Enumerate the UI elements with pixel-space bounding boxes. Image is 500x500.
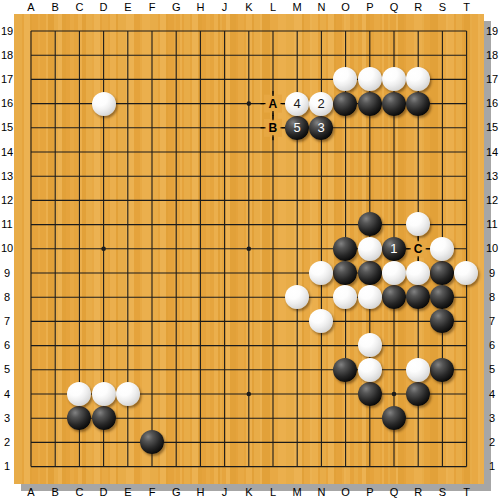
black-stone[interactable] — [382, 406, 406, 430]
variation-label-b[interactable]: B — [261, 116, 285, 140]
col-label-top: H — [192, 0, 208, 15]
col-label-top: N — [313, 0, 329, 15]
white-stone[interactable] — [382, 67, 406, 91]
col-label-bottom: E — [120, 485, 136, 500]
move-number: 5 — [293, 121, 300, 134]
white-stone[interactable] — [358, 358, 382, 382]
row-label-left: 6 — [0, 338, 15, 353]
row-label-right: 18 — [484, 48, 500, 63]
col-label-bottom: O — [338, 485, 354, 500]
white-stone[interactable] — [358, 237, 382, 261]
row-label-left: 3 — [0, 411, 15, 426]
black-stone[interactable] — [430, 358, 454, 382]
variation-label-c[interactable]: C — [406, 237, 430, 261]
row-label-right: 1 — [484, 459, 500, 474]
white-stone[interactable] — [309, 309, 333, 333]
black-stone[interactable] — [382, 285, 406, 309]
row-label-left: 11 — [0, 217, 15, 232]
col-label-bottom: K — [241, 485, 257, 500]
move-number: 1 — [390, 242, 397, 255]
move-number: 3 — [318, 121, 325, 134]
black-stone[interactable] — [406, 285, 430, 309]
col-label-bottom: A — [23, 485, 39, 500]
row-label-left: 8 — [0, 290, 15, 305]
col-label-top: M — [289, 0, 305, 15]
white-stone[interactable] — [358, 67, 382, 91]
white-stone[interactable] — [67, 382, 91, 406]
move-number: 4 — [293, 97, 300, 110]
col-label-top: B — [47, 0, 63, 15]
white-stone[interactable] — [309, 261, 333, 285]
row-label-left: 1 — [0, 459, 15, 474]
col-label-bottom: T — [459, 485, 475, 500]
white-stone[interactable] — [116, 382, 140, 406]
black-stone[interactable] — [333, 261, 357, 285]
row-label-left: 16 — [0, 96, 15, 111]
row-label-left: 17 — [0, 72, 15, 87]
white-stone[interactable] — [92, 382, 116, 406]
black-stone[interactable] — [358, 92, 382, 116]
white-stone[interactable] — [358, 285, 382, 309]
white-stone[interactable] — [430, 237, 454, 261]
row-label-right: 19 — [484, 24, 500, 39]
row-label-right: 8 — [484, 290, 500, 305]
row-label-left: 15 — [0, 120, 15, 135]
col-label-bottom: S — [434, 485, 450, 500]
col-label-top: P — [362, 0, 378, 15]
row-label-left: 14 — [0, 145, 15, 160]
black-stone[interactable] — [333, 92, 357, 116]
black-stone[interactable] — [406, 92, 430, 116]
col-label-bottom: H — [192, 485, 208, 500]
black-stone[interactable] — [430, 261, 454, 285]
col-label-top: R — [410, 0, 426, 15]
row-label-right: 2 — [484, 435, 500, 450]
row-label-left: 9 — [0, 266, 15, 281]
row-label-right: 9 — [484, 266, 500, 281]
col-label-top: J — [217, 0, 233, 15]
col-label-top: D — [96, 0, 112, 15]
row-label-right: 11 — [484, 217, 500, 232]
row-label-left: 7 — [0, 314, 15, 329]
variation-label-a[interactable]: A — [261, 91, 285, 115]
col-label-bottom: B — [47, 485, 63, 500]
row-label-left: 18 — [0, 48, 15, 63]
row-label-right: 17 — [484, 72, 500, 87]
white-stone[interactable] — [333, 285, 357, 309]
black-stone[interactable]: 3 — [309, 116, 333, 140]
row-label-left: 12 — [0, 193, 15, 208]
row-label-left: 10 — [0, 241, 15, 256]
row-label-right: 3 — [484, 411, 500, 426]
row-label-right: 6 — [484, 338, 500, 353]
black-stone[interactable] — [406, 382, 430, 406]
white-stone[interactable] — [285, 285, 309, 309]
col-label-bottom: C — [71, 485, 87, 500]
col-label-bottom: Q — [386, 485, 402, 500]
black-stone[interactable]: 1 — [382, 237, 406, 261]
white-stone[interactable] — [382, 261, 406, 285]
col-label-top: G — [168, 0, 184, 15]
move-number: 2 — [318, 97, 325, 110]
black-stone[interactable] — [430, 285, 454, 309]
white-stone[interactable] — [406, 261, 430, 285]
row-label-left: 5 — [0, 362, 15, 377]
row-label-right: 7 — [484, 314, 500, 329]
white-stone[interactable] — [358, 333, 382, 357]
row-label-right: 10 — [484, 241, 500, 256]
black-stone[interactable] — [358, 261, 382, 285]
col-label-top: S — [434, 0, 450, 15]
col-label-top: L — [265, 0, 281, 15]
black-stone[interactable] — [333, 237, 357, 261]
black-stone[interactable] — [67, 406, 91, 430]
row-label-right: 15 — [484, 120, 500, 135]
white-stone[interactable] — [92, 92, 116, 116]
row-label-left: 4 — [0, 387, 15, 402]
col-label-top: K — [241, 0, 257, 15]
row-label-left: 2 — [0, 435, 15, 450]
row-label-right: 12 — [484, 193, 500, 208]
stones-layer: 53142ABC — [19, 19, 479, 479]
go-diagram: 53142ABC AABBCCDDEEFFGGHHJJKKLLMMNNOOPPQ… — [0, 0, 500, 500]
white-stone[interactable] — [406, 212, 430, 236]
black-stone[interactable] — [92, 406, 116, 430]
white-stone[interactable] — [406, 358, 430, 382]
go-board[interactable]: 53142ABC — [14, 14, 484, 484]
col-label-bottom: N — [313, 485, 329, 500]
col-label-bottom: P — [362, 485, 378, 500]
black-stone[interactable] — [382, 92, 406, 116]
col-label-top: F — [144, 0, 160, 15]
white-stone[interactable]: 4 — [285, 92, 309, 116]
col-label-top: Q — [386, 0, 402, 15]
row-label-right: 13 — [484, 169, 500, 184]
black-stone[interactable] — [358, 382, 382, 406]
black-stone[interactable] — [140, 430, 164, 454]
col-label-bottom: F — [144, 485, 160, 500]
col-label-bottom: M — [289, 485, 305, 500]
col-label-bottom: D — [96, 485, 112, 500]
black-stone[interactable]: 5 — [285, 116, 309, 140]
row-label-right: 5 — [484, 362, 500, 377]
col-label-bottom: L — [265, 485, 281, 500]
black-stone[interactable] — [333, 358, 357, 382]
col-label-top: T — [459, 0, 475, 15]
white-stone[interactable] — [454, 261, 478, 285]
row-label-right: 4 — [484, 387, 500, 402]
col-label-top: C — [71, 0, 87, 15]
col-label-top: O — [338, 0, 354, 15]
col-label-bottom: J — [217, 485, 233, 500]
black-stone[interactable] — [358, 212, 382, 236]
col-label-top: A — [23, 0, 39, 15]
row-label-right: 16 — [484, 96, 500, 111]
white-stone[interactable] — [406, 67, 430, 91]
col-label-top: E — [120, 0, 136, 15]
white-stone[interactable]: 2 — [309, 92, 333, 116]
row-label-right: 14 — [484, 145, 500, 160]
row-label-left: 19 — [0, 24, 15, 39]
black-stone[interactable] — [430, 309, 454, 333]
row-label-left: 13 — [0, 169, 15, 184]
col-label-bottom: R — [410, 485, 426, 500]
white-stone[interactable] — [333, 67, 357, 91]
col-label-bottom: G — [168, 485, 184, 500]
